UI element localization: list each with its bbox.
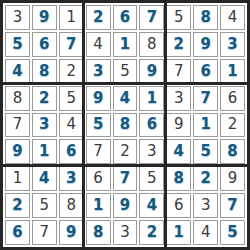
cell-r9c7[interactable]: 1 (166, 220, 191, 245)
cell-r8c7[interactable]: 6 (166, 193, 191, 218)
cell-r9c2[interactable]: 7 (32, 220, 57, 245)
cell-r7c7[interactable]: 8 (166, 166, 191, 191)
cell-r2c8[interactable]: 9 (193, 32, 218, 57)
cell-r4c6[interactable]: 1 (139, 86, 164, 111)
cell-r7c5[interactable]: 7 (113, 166, 138, 191)
cell-r5c1[interactable]: 7 (5, 113, 30, 138)
cell-r6c5[interactable]: 2 (113, 139, 138, 164)
cell-r6c4[interactable]: 7 (86, 139, 111, 164)
cell-r9c8[interactable]: 4 (193, 220, 218, 245)
cell-r1c5[interactable]: 6 (113, 5, 138, 30)
block-separator-horizontal-2 (1, 164, 249, 167)
cell-r7c4[interactable]: 6 (86, 166, 111, 191)
cell-r8c1[interactable]: 2 (5, 193, 30, 218)
cell-r6c7[interactable]: 4 (166, 139, 191, 164)
cell-r4c1[interactable]: 8 (5, 86, 30, 111)
cell-r4c8[interactable]: 7 (193, 86, 218, 111)
cell-r2c9[interactable]: 3 (220, 32, 245, 57)
cell-r9c6[interactable]: 2 (139, 220, 164, 245)
cell-r8c3[interactable]: 8 (59, 193, 84, 218)
cell-r9c5[interactable]: 3 (113, 220, 138, 245)
cell-r5c4[interactable]: 5 (86, 113, 111, 138)
cell-r4c5[interactable]: 4 (113, 86, 138, 111)
cell-r4c4[interactable]: 9 (86, 86, 111, 111)
cell-r8c8[interactable]: 3 (193, 193, 218, 218)
cell-r2c2[interactable]: 6 (32, 32, 57, 57)
cell-r8c9[interactable]: 7 (220, 193, 245, 218)
cell-r1c2[interactable]: 9 (32, 5, 57, 30)
cell-r3c7[interactable]: 7 (166, 59, 191, 84)
cell-r3c5[interactable]: 5 (113, 59, 138, 84)
cell-r7c3[interactable]: 3 (59, 166, 84, 191)
cell-r3c2[interactable]: 8 (32, 59, 57, 84)
cell-r3c9[interactable]: 1 (220, 59, 245, 84)
cell-r6c8[interactable]: 5 (193, 139, 218, 164)
cell-r9c3[interactable]: 9 (59, 220, 84, 245)
cell-r5c8[interactable]: 1 (193, 113, 218, 138)
cell-r2c3[interactable]: 7 (59, 32, 84, 57)
cell-r5c5[interactable]: 8 (113, 113, 138, 138)
cell-r9c4[interactable]: 8 (86, 220, 111, 245)
cell-r5c2[interactable]: 3 (32, 113, 57, 138)
cell-r1c4[interactable]: 2 (86, 5, 111, 30)
cell-r4c2[interactable]: 2 (32, 86, 57, 111)
cell-r6c9[interactable]: 8 (220, 139, 245, 164)
cell-r3c3[interactable]: 2 (59, 59, 84, 84)
cell-r8c5[interactable]: 9 (113, 193, 138, 218)
cell-r8c2[interactable]: 5 (32, 193, 57, 218)
cell-r1c9[interactable]: 4 (220, 5, 245, 30)
cell-r3c6[interactable]: 9 (139, 59, 164, 84)
cell-r1c3[interactable]: 1 (59, 5, 84, 30)
cell-r3c1[interactable]: 4 (5, 59, 30, 84)
cell-r6c2[interactable]: 1 (32, 139, 57, 164)
cell-r5c3[interactable]: 4 (59, 113, 84, 138)
cell-r8c6[interactable]: 4 (139, 193, 164, 218)
cell-r3c4[interactable]: 3 (86, 59, 111, 84)
cell-r9c1[interactable]: 6 (5, 220, 30, 245)
cell-r7c6[interactable]: 5 (139, 166, 164, 191)
cell-r9c9[interactable]: 5 (220, 220, 245, 245)
cell-r5c7[interactable]: 9 (166, 113, 191, 138)
cell-r1c7[interactable]: 5 (166, 5, 191, 30)
cell-r7c8[interactable]: 2 (193, 166, 218, 191)
cell-r6c6[interactable]: 3 (139, 139, 164, 164)
cell-r5c6[interactable]: 6 (139, 113, 164, 138)
cell-r2c4[interactable]: 4 (86, 32, 111, 57)
cell-r6c3[interactable]: 6 (59, 139, 84, 164)
cell-r2c7[interactable]: 2 (166, 32, 191, 57)
cell-r7c9[interactable]: 9 (220, 166, 245, 191)
cell-r2c6[interactable]: 8 (139, 32, 164, 57)
cell-r5c9[interactable]: 2 (220, 113, 245, 138)
cell-r4c9[interactable]: 6 (220, 86, 245, 111)
cell-r1c8[interactable]: 8 (193, 5, 218, 30)
cell-r2c5[interactable]: 1 (113, 32, 138, 57)
block-separator-vertical-2 (164, 1, 167, 249)
cell-r1c1[interactable]: 3 (5, 5, 30, 30)
block-separator-horizontal-1 (1, 82, 249, 85)
cell-r2c1[interactable]: 5 (5, 32, 30, 57)
cell-r4c3[interactable]: 5 (59, 86, 84, 111)
cell-r6c1[interactable]: 9 (5, 139, 30, 164)
cell-r7c1[interactable]: 1 (5, 166, 30, 191)
cell-r3c8[interactable]: 6 (193, 59, 218, 84)
cell-r1c6[interactable]: 7 (139, 5, 164, 30)
sudoku-board: 3912675845674182934823597618259413767345… (0, 0, 250, 250)
cell-r8c4[interactable]: 1 (86, 193, 111, 218)
block-separator-vertical-1 (82, 1, 85, 249)
cell-r4c7[interactable]: 3 (166, 86, 191, 111)
cell-r7c2[interactable]: 4 (32, 166, 57, 191)
